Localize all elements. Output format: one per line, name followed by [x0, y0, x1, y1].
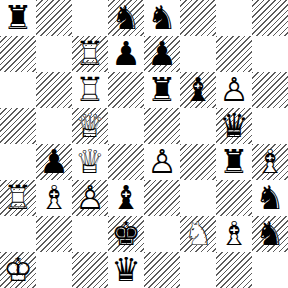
black-pawn-silhouette: ♟ — [36, 144, 72, 180]
piece-black-queen: ♛ — [108, 252, 144, 288]
square-c3[interactable]: ♟♙ — [72, 180, 108, 216]
piece-white-queen: ♕ — [72, 144, 108, 180]
square-d2[interactable]: ♚♚ — [108, 216, 144, 252]
black-knight-silhouette: ♞ — [108, 0, 144, 36]
square-e8[interactable]: ♞♞ — [144, 0, 180, 36]
black-queen-silhouette: ♛ — [216, 108, 252, 144]
square-e5[interactable] — [144, 108, 180, 144]
square-f1[interactable] — [180, 252, 216, 288]
square-g6[interactable]: ♟♙ — [216, 72, 252, 108]
black-rook-silhouette: ♜ — [0, 0, 36, 36]
square-a6[interactable] — [0, 72, 36, 108]
black-knight-silhouette: ♞ — [252, 216, 288, 252]
square-b5[interactable] — [36, 108, 72, 144]
square-a3[interactable]: ♜♖ — [0, 180, 36, 216]
piece-black-king: ♚ — [108, 216, 144, 252]
piece-black-knight: ♞ — [252, 216, 288, 252]
square-c7[interactable]: ♜♖ — [72, 36, 108, 72]
square-b1[interactable] — [36, 252, 72, 288]
square-h8[interactable] — [252, 0, 288, 36]
white-pawn-silhouette: ♟ — [72, 180, 108, 216]
square-f3[interactable] — [180, 180, 216, 216]
white-bishop-silhouette: ♝ — [252, 144, 288, 180]
black-knight-silhouette: ♞ — [252, 180, 288, 216]
square-f5[interactable] — [180, 108, 216, 144]
square-f7[interactable] — [180, 36, 216, 72]
black-queen-silhouette: ♛ — [108, 252, 144, 288]
square-c4[interactable]: ♛♕ — [72, 144, 108, 180]
square-h7[interactable] — [252, 36, 288, 72]
black-bishop-silhouette: ♝ — [180, 72, 216, 108]
square-h2[interactable]: ♞♞ — [252, 216, 288, 252]
piece-black-pawn: ♟ — [108, 36, 144, 72]
square-f2[interactable]: ♞♘ — [180, 216, 216, 252]
square-a7[interactable] — [0, 36, 36, 72]
square-a2[interactable] — [0, 216, 36, 252]
piece-black-rook: ♜ — [0, 0, 36, 36]
square-h5[interactable] — [252, 108, 288, 144]
square-g8[interactable] — [216, 0, 252, 36]
piece-white-rook: ♖ — [72, 72, 108, 108]
square-a5[interactable] — [0, 108, 36, 144]
piece-black-knight: ♞ — [144, 0, 180, 36]
square-d6[interactable] — [108, 72, 144, 108]
square-b6[interactable] — [36, 72, 72, 108]
piece-black-bishop: ♝ — [108, 180, 144, 216]
piece-black-rook: ♜ — [216, 144, 252, 180]
square-d8[interactable]: ♞♞ — [108, 0, 144, 36]
square-b4[interactable]: ♟♟ — [36, 144, 72, 180]
piece-white-pawn: ♙ — [216, 72, 252, 108]
white-rook-silhouette: ♜ — [72, 36, 108, 72]
square-e4[interactable]: ♟♙ — [144, 144, 180, 180]
square-b7[interactable] — [36, 36, 72, 72]
black-pawn-silhouette: ♟ — [108, 36, 144, 72]
square-h6[interactable] — [252, 72, 288, 108]
square-d5[interactable] — [108, 108, 144, 144]
square-g2[interactable]: ♝♗ — [216, 216, 252, 252]
piece-black-rook: ♜ — [144, 72, 180, 108]
square-f6[interactable]: ♝♝ — [180, 72, 216, 108]
square-e3[interactable] — [144, 180, 180, 216]
square-a1[interactable]: ♚♔ — [0, 252, 36, 288]
piece-white-pawn: ♙ — [144, 144, 180, 180]
square-c6[interactable]: ♜♖ — [72, 72, 108, 108]
square-e1[interactable] — [144, 252, 180, 288]
white-queen-silhouette: ♛ — [72, 108, 108, 144]
square-h4[interactable]: ♝♗ — [252, 144, 288, 180]
piece-black-bishop: ♝ — [180, 72, 216, 108]
square-a8[interactable]: ♜♜ — [0, 0, 36, 36]
piece-black-pawn: ♟ — [144, 36, 180, 72]
square-b2[interactable] — [36, 216, 72, 252]
piece-white-rook: ♖ — [0, 180, 36, 216]
piece-black-knight: ♞ — [252, 180, 288, 216]
black-knight-silhouette: ♞ — [144, 0, 180, 36]
piece-white-bishop: ♗ — [252, 144, 288, 180]
square-c1[interactable] — [72, 252, 108, 288]
white-knight-silhouette: ♞ — [180, 216, 216, 252]
square-d1[interactable]: ♛♛ — [108, 252, 144, 288]
piece-white-queen: ♕ — [72, 108, 108, 144]
square-b3[interactable]: ♝♗ — [36, 180, 72, 216]
piece-white-knight: ♘ — [180, 216, 216, 252]
black-rook-silhouette: ♜ — [216, 144, 252, 180]
white-bishop-silhouette: ♝ — [36, 180, 72, 216]
square-d7[interactable]: ♟♟ — [108, 36, 144, 72]
black-king-silhouette: ♚ — [108, 216, 144, 252]
white-rook-silhouette: ♜ — [0, 180, 36, 216]
black-bishop-silhouette: ♝ — [108, 180, 144, 216]
chess-board: ♜♜♞♞♞♞♜♖♟♟♟♟♜♖♜♜♝♝♟♙♛♕♛♛♟♟♛♕♟♙♜♜♝♗♜♖♝♗♟♙… — [0, 0, 288, 288]
piece-black-queen: ♛ — [216, 108, 252, 144]
square-g1[interactable] — [216, 252, 252, 288]
square-g5[interactable]: ♛♛ — [216, 108, 252, 144]
piece-white-king: ♔ — [0, 252, 36, 288]
square-a4[interactable] — [0, 144, 36, 180]
square-d4[interactable] — [108, 144, 144, 180]
white-bishop-silhouette: ♝ — [216, 216, 252, 252]
square-h3[interactable]: ♞♞ — [252, 180, 288, 216]
white-queen-silhouette: ♛ — [72, 144, 108, 180]
white-king-silhouette: ♚ — [0, 252, 36, 288]
square-c8[interactable] — [72, 0, 108, 36]
black-pawn-silhouette: ♟ — [144, 36, 180, 72]
square-f8[interactable] — [180, 0, 216, 36]
white-rook-silhouette: ♜ — [72, 72, 108, 108]
square-g7[interactable] — [216, 36, 252, 72]
black-rook-silhouette: ♜ — [144, 72, 180, 108]
white-pawn-silhouette: ♟ — [144, 144, 180, 180]
square-b8[interactable] — [36, 0, 72, 36]
piece-white-pawn: ♙ — [72, 180, 108, 216]
square-e2[interactable] — [144, 216, 180, 252]
piece-white-rook: ♖ — [72, 36, 108, 72]
piece-black-pawn: ♟ — [36, 144, 72, 180]
square-h1[interactable] — [252, 252, 288, 288]
white-pawn-silhouette: ♟ — [216, 72, 252, 108]
piece-white-bishop: ♗ — [216, 216, 252, 252]
square-g3[interactable] — [216, 180, 252, 216]
square-g4[interactable]: ♜♜ — [216, 144, 252, 180]
piece-white-bishop: ♗ — [36, 180, 72, 216]
square-d3[interactable]: ♝♝ — [108, 180, 144, 216]
square-c2[interactable] — [72, 216, 108, 252]
square-c5[interactable]: ♛♕ — [72, 108, 108, 144]
square-e7[interactable]: ♟♟ — [144, 36, 180, 72]
square-f4[interactable] — [180, 144, 216, 180]
piece-black-knight: ♞ — [108, 0, 144, 36]
square-e6[interactable]: ♜♜ — [144, 72, 180, 108]
